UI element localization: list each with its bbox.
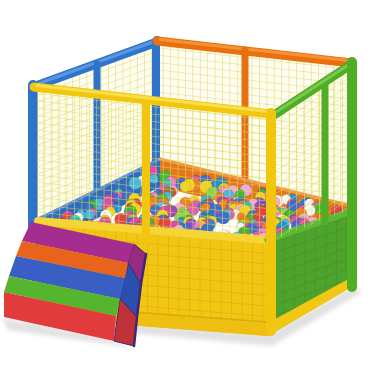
ball-pit-illustration — [0, 0, 371, 371]
ball-pit-photo — [0, 0, 371, 371]
